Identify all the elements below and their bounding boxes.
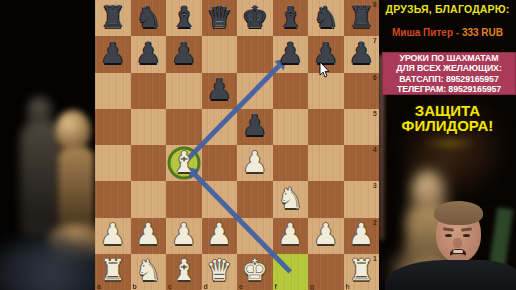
white-pawn-e4[interactable]: ♟ <box>237 144 273 180</box>
square-d1[interactable]: ♛d <box>202 254 238 290</box>
square-e1[interactable]: ♚e <box>237 254 273 290</box>
square-h5[interactable]: 5 <box>344 109 380 145</box>
square-d7[interactable] <box>202 36 238 72</box>
square-e7[interactable] <box>237 36 273 72</box>
square-d4[interactable] <box>202 145 238 181</box>
square-d5[interactable] <box>202 109 238 145</box>
square-g8[interactable]: ♞ <box>308 0 344 36</box>
square-b4[interactable] <box>131 145 167 181</box>
square-f2[interactable]: ♟ <box>273 218 309 254</box>
black-knight-b8[interactable]: ♞ <box>131 0 167 35</box>
square-h8[interactable]: ♜8 <box>344 0 380 36</box>
square-f8[interactable]: ♝ <box>273 0 309 36</box>
white-pawn-a2[interactable]: ♟ <box>95 217 131 253</box>
square-f3[interactable]: ♞ <box>273 181 309 217</box>
title-reflection <box>409 139 489 148</box>
square-b8[interactable]: ♞ <box>131 0 167 36</box>
square-c7[interactable]: ♟ <box>166 36 202 72</box>
square-h6[interactable]: 6 <box>344 73 380 109</box>
mouse-cursor <box>319 62 331 79</box>
black-king-e8[interactable]: ♚ <box>237 0 273 35</box>
square-d8[interactable]: ♛ <box>202 0 238 36</box>
square-c4[interactable]: ♝ <box>166 145 202 181</box>
black-pawn-e5[interactable]: ♟ <box>237 108 273 144</box>
rank-label: 6 <box>373 74 377 81</box>
white-rook-a1[interactable]: ♜ <box>95 253 131 289</box>
square-b1[interactable]: ♞b <box>131 254 167 290</box>
blurred-brass-pawn-body <box>58 146 94 232</box>
square-h7[interactable]: ♟7 <box>344 36 380 72</box>
black-pawn-b7[interactable]: ♟ <box>131 35 167 71</box>
white-bishop-c1[interactable]: ♝ <box>166 253 202 289</box>
square-a6[interactable] <box>95 73 131 109</box>
square-a5[interactable] <box>95 109 131 145</box>
square-b7[interactable]: ♟ <box>131 36 167 72</box>
donation-amount: 333 RUB <box>462 27 503 38</box>
foreground-blur <box>0 238 95 290</box>
white-knight-b1[interactable]: ♞ <box>131 253 167 289</box>
black-bishop-f8[interactable]: ♝ <box>273 0 309 35</box>
black-pawn-d6[interactable]: ♟ <box>202 72 238 108</box>
square-e8[interactable]: ♚ <box>237 0 273 36</box>
opening-title: ЗАЩИТА ФИЛИДОРА! <box>379 104 516 133</box>
square-e6[interactable] <box>237 73 273 109</box>
square-a3[interactable] <box>95 181 131 217</box>
square-e5[interactable]: ♟ <box>237 109 273 145</box>
file-label: f <box>275 283 277 290</box>
white-pawn-d2[interactable]: ♟ <box>202 217 238 253</box>
file-label: g <box>310 283 314 290</box>
white-pawn-f2[interactable]: ♟ <box>273 217 309 253</box>
black-pawn-h7[interactable]: ♟ <box>344 35 380 71</box>
black-knight-g8[interactable]: ♞ <box>308 0 344 35</box>
square-e4[interactable]: ♟ <box>237 145 273 181</box>
square-f7[interactable]: ♟ <box>273 36 309 72</box>
square-b3[interactable] <box>131 181 167 217</box>
square-h3[interactable]: 3 <box>344 181 380 217</box>
black-rook-h8[interactable]: ♜ <box>344 0 380 35</box>
square-f4[interactable] <box>273 145 309 181</box>
streamer-eye <box>463 234 470 237</box>
square-a2[interactable]: ♟ <box>95 218 131 254</box>
square-f5[interactable] <box>273 109 309 145</box>
white-pawn-h2[interactable]: ♟ <box>344 217 380 253</box>
promo-line: ТЕЛЕГРАМ: 89529165957 <box>383 84 515 94</box>
square-d2[interactable]: ♟ <box>202 218 238 254</box>
white-pawn-g2[interactable]: ♟ <box>308 217 344 253</box>
rank-label: 5 <box>373 110 377 117</box>
square-c1[interactable]: ♝c <box>166 254 202 290</box>
white-knight-f3[interactable]: ♞ <box>273 180 309 216</box>
square-g1[interactable]: g <box>308 254 344 290</box>
square-c2[interactable]: ♟ <box>166 218 202 254</box>
streamer-eye <box>445 234 452 237</box>
opening-title-line2: ФИЛИДОРА! <box>379 119 516 134</box>
square-b6[interactable] <box>131 73 167 109</box>
chess-board: ♜♞♝♛♚♝♞♜8♟♟♟♟♟♟7♟6♟5♝♟4♞3♟♟♟♟♟♟♟2♜a♞b♝c♛… <box>95 0 379 290</box>
square-g4[interactable] <box>308 145 344 181</box>
black-pawn-a7[interactable]: ♟ <box>95 35 131 71</box>
square-b5[interactable] <box>131 109 167 145</box>
black-pawn-c7[interactable]: ♟ <box>166 35 202 71</box>
square-h1[interactable]: ♜1h <box>344 254 380 290</box>
square-a7[interactable]: ♟ <box>95 36 131 72</box>
white-pawn-b2[interactable]: ♟ <box>131 217 167 253</box>
rank-label: 3 <box>373 182 377 189</box>
streamer-hair <box>434 201 483 225</box>
square-d3[interactable] <box>202 181 238 217</box>
square-g3[interactable] <box>308 181 344 217</box>
square-h4[interactable]: 4 <box>344 145 380 181</box>
white-queen-d1[interactable]: ♛ <box>202 253 238 289</box>
black-pawn-f7[interactable]: ♟ <box>273 35 309 71</box>
square-b2[interactable]: ♟ <box>131 218 167 254</box>
black-rook-a8[interactable]: ♜ <box>95 0 131 35</box>
square-h2[interactable]: ♟2 <box>344 218 380 254</box>
donation-heading: ДРУЗЬЯ, БЛАГОДАРЮ: <box>379 3 516 15</box>
square-c3[interactable] <box>166 181 202 217</box>
square-e2[interactable] <box>237 218 273 254</box>
donation-message: Миша Питер - 333 RUB <box>379 27 516 38</box>
white-king-e1[interactable]: ♚ <box>237 253 273 289</box>
promo-box: УРОКИ ПО ШАХМАТАМ ДЛЯ ВСЕХ ЖЕЛАЮЩИХ: ВАТ… <box>382 52 516 95</box>
square-f1[interactable]: f <box>273 254 309 290</box>
square-d6[interactable]: ♟ <box>202 73 238 109</box>
promo-line: УРОКИ ПО ШАХМАТАМ <box>383 53 515 63</box>
square-f6[interactable] <box>273 73 309 109</box>
white-bishop-c4[interactable]: ♝ <box>166 144 202 180</box>
square-a4[interactable] <box>95 145 131 181</box>
streamer-teeth <box>453 250 463 253</box>
square-a1[interactable]: ♜a <box>95 254 131 290</box>
rank-label: 4 <box>373 146 377 153</box>
square-g5[interactable] <box>308 109 344 145</box>
square-g2[interactable]: ♟ <box>308 218 344 254</box>
black-bishop-c8[interactable]: ♝ <box>166 0 202 35</box>
promo-line: ДЛЯ ВСЕХ ЖЕЛАЮЩИХ: <box>383 63 515 73</box>
streamer-nose <box>453 238 462 248</box>
white-pawn-c2[interactable]: ♟ <box>166 217 202 253</box>
background-left-photo <box>0 0 95 290</box>
square-c8[interactable]: ♝ <box>166 0 202 36</box>
black-queen-d8[interactable]: ♛ <box>202 0 238 35</box>
square-e3[interactable] <box>237 181 273 217</box>
square-c5[interactable] <box>166 109 202 145</box>
square-c6[interactable] <box>166 73 202 109</box>
stream-frame: ♜♞♝♛♚♝♞♜8♟♟♟♟♟♟7♟6♟5♝♟4♞3♟♟♟♟♟♟♟2♜a♞b♝c♛… <box>0 0 516 290</box>
square-a8[interactable]: ♜ <box>95 0 131 36</box>
promo-line: ВАТСАПП: 89529165957 <box>383 74 515 84</box>
donor-name: Миша Питер - <box>392 27 459 38</box>
right-panel: ДРУЗЬЯ, БЛАГОДАРЮ: Миша Питер - 333 RUB … <box>379 0 516 290</box>
white-rook-h1[interactable]: ♜ <box>344 253 380 289</box>
